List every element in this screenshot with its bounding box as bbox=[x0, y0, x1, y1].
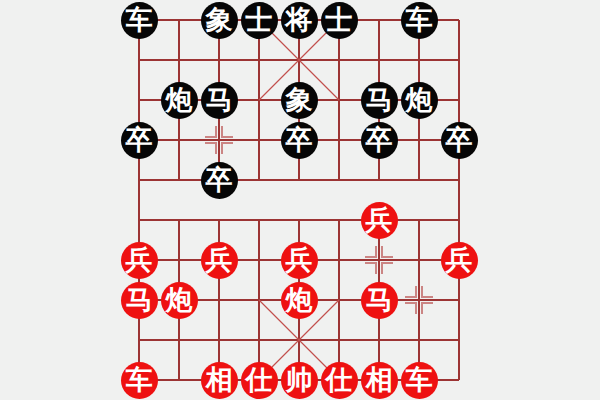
black-chariot[interactable]: 车 bbox=[121, 2, 158, 39]
red-elephant[interactable]: 相 bbox=[201, 362, 238, 399]
red-advisor[interactable]: 仕 bbox=[321, 362, 358, 399]
red-chariot[interactable]: 车 bbox=[121, 362, 158, 399]
black-horse[interactable]: 马 bbox=[361, 82, 398, 119]
black-advisor[interactable]: 士 bbox=[321, 2, 358, 39]
black-general[interactable]: 将 bbox=[281, 2, 318, 39]
black-soldier[interactable]: 卒 bbox=[361, 122, 398, 159]
red-general[interactable]: 帅 bbox=[281, 362, 318, 399]
last-move-marker bbox=[405, 286, 433, 314]
board-grid bbox=[119, 0, 479, 400]
red-chariot[interactable]: 车 bbox=[401, 362, 438, 399]
black-chariot[interactable]: 车 bbox=[401, 2, 438, 39]
black-soldier[interactable]: 卒 bbox=[121, 122, 158, 159]
black-advisor[interactable]: 士 bbox=[241, 2, 278, 39]
black-elephant[interactable]: 象 bbox=[281, 82, 318, 119]
red-soldier[interactable]: 兵 bbox=[281, 242, 318, 279]
xiangqi-screenshot: 车象士将士车炮马象马炮卒卒卒卒卒兵兵兵兵兵马炮炮马车相仕帅仕相车 bbox=[0, 0, 600, 400]
red-horse[interactable]: 马 bbox=[121, 282, 158, 319]
red-cannon[interactable]: 炮 bbox=[161, 282, 198, 319]
red-soldier[interactable]: 兵 bbox=[441, 242, 478, 279]
black-soldier[interactable]: 卒 bbox=[281, 122, 318, 159]
red-advisor[interactable]: 仕 bbox=[241, 362, 278, 399]
black-cannon[interactable]: 炮 bbox=[401, 82, 438, 119]
black-soldier[interactable]: 卒 bbox=[201, 162, 238, 199]
red-elephant[interactable]: 相 bbox=[361, 362, 398, 399]
black-horse[interactable]: 马 bbox=[201, 82, 238, 119]
red-soldier[interactable]: 兵 bbox=[201, 242, 238, 279]
last-move-marker bbox=[205, 126, 233, 154]
red-soldier[interactable]: 兵 bbox=[361, 202, 398, 239]
black-elephant[interactable]: 象 bbox=[201, 2, 238, 39]
red-cannon[interactable]: 炮 bbox=[281, 282, 318, 319]
black-soldier[interactable]: 卒 bbox=[441, 122, 478, 159]
black-cannon[interactable]: 炮 bbox=[161, 82, 198, 119]
red-soldier[interactable]: 兵 bbox=[121, 242, 158, 279]
xiangqi-board[interactable]: 车象士将士车炮马象马炮卒卒卒卒卒兵兵兵兵兵马炮炮马车相仕帅仕相车 bbox=[119, 0, 479, 400]
red-horse[interactable]: 马 bbox=[361, 282, 398, 319]
last-move-marker bbox=[365, 246, 393, 274]
